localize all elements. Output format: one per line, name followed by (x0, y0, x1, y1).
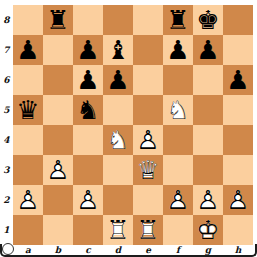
rank-label-7: 7 (0, 35, 13, 65)
square-h4[interactable] (223, 125, 253, 155)
piece-glyph: ♟ (103, 65, 133, 95)
square-b8[interactable]: ♜ (43, 5, 73, 35)
square-g8[interactable]: ♚ (193, 5, 223, 35)
piece-glyph: ♟ (163, 35, 193, 65)
square-d7[interactable]: ♝ (103, 35, 133, 65)
black-knight-c5[interactable]: ♞ (73, 95, 103, 125)
white-pawn-c2[interactable]: ♟♙ (73, 185, 103, 215)
piece-glyph: ♞ (73, 95, 103, 125)
square-h6[interactable]: ♟ (223, 65, 253, 95)
square-f6[interactable] (163, 65, 193, 95)
square-h8[interactable] (223, 5, 253, 35)
square-f5[interactable]: ♞♘ (163, 95, 193, 125)
square-g2[interactable]: ♟♙ (193, 185, 223, 215)
rank-label-6: 6 (0, 65, 13, 95)
black-pawn-f7[interactable]: ♟ (163, 35, 193, 65)
square-a5[interactable]: ♛ (13, 95, 43, 125)
square-d1[interactable]: ♜♖ (103, 215, 133, 245)
square-e5[interactable] (133, 95, 163, 125)
rank-label-4: 4 (0, 125, 13, 155)
file-label-a: a (13, 244, 43, 257)
rank-label-2: 2 (0, 185, 13, 215)
rank-label-8: 8 (0, 5, 13, 35)
black-rook-f8[interactable]: ♜ (163, 5, 193, 35)
piece-glyph: ♟ (73, 35, 103, 65)
white-to-move-indicator (2, 243, 14, 255)
square-b6[interactable] (43, 65, 73, 95)
black-pawn-d6[interactable]: ♟ (103, 65, 133, 95)
black-pawn-c6[interactable]: ♟ (73, 65, 103, 95)
piece-glyph: ♚ (193, 5, 223, 35)
square-e7[interactable] (133, 35, 163, 65)
square-c8[interactable] (73, 5, 103, 35)
white-rook-d1[interactable]: ♜♖ (103, 215, 133, 245)
piece-outline: ♙ (73, 185, 103, 215)
square-e1[interactable]: ♜♖ (133, 215, 163, 245)
square-f1[interactable] (163, 215, 193, 245)
piece-outline: ♙ (43, 155, 73, 185)
white-pawn-b3[interactable]: ♟♙ (43, 155, 73, 185)
square-b3[interactable]: ♟♙ (43, 155, 73, 185)
piece-glyph: ♜ (163, 5, 193, 35)
piece-glyph: ♝ (103, 35, 133, 65)
square-c5[interactable]: ♞ (73, 95, 103, 125)
square-a6[interactable] (13, 65, 43, 95)
white-queen-e3[interactable]: ♛♕ (133, 155, 163, 185)
black-pawn-h6[interactable]: ♟ (223, 65, 253, 95)
black-rook-b8[interactable]: ♜ (43, 5, 73, 35)
square-e3[interactable]: ♛♕ (133, 155, 163, 185)
chess-diagram: 87654321 ♜♜♚♟♟♝♟♟♟♟♟♛♞♞♘♞♘♟♙♟♙♛♕♟♙♟♙♟♙♟♙… (0, 0, 257, 257)
black-queen-a5[interactable]: ♛ (13, 95, 43, 125)
square-h3[interactable] (223, 155, 253, 185)
square-a4[interactable] (13, 125, 43, 155)
file-label-d: d (103, 244, 133, 257)
file-labels: abcdefgh (13, 244, 253, 257)
square-e8[interactable] (133, 5, 163, 35)
file-label-e: e (133, 244, 163, 257)
square-f7[interactable]: ♟ (163, 35, 193, 65)
square-b2[interactable] (43, 185, 73, 215)
square-g5[interactable] (193, 95, 223, 125)
square-e2[interactable] (133, 185, 163, 215)
piece-outline: ♘ (103, 125, 133, 155)
square-e6[interactable] (133, 65, 163, 95)
square-a8[interactable] (13, 5, 43, 35)
square-d5[interactable] (103, 95, 133, 125)
square-f2[interactable]: ♟♙ (163, 185, 193, 215)
square-h5[interactable] (223, 95, 253, 125)
square-a2[interactable]: ♟♙ (13, 185, 43, 215)
square-f3[interactable] (163, 155, 193, 185)
file-label-h: h (223, 244, 253, 257)
piece-outline: ♙ (13, 185, 43, 215)
rank-labels: 87654321 (0, 5, 13, 245)
file-label-g: g (193, 244, 223, 257)
rank-label-3: 3 (0, 155, 13, 185)
square-c6[interactable]: ♟ (73, 65, 103, 95)
square-h1[interactable] (223, 215, 253, 245)
piece-outline: ♔ (193, 215, 223, 245)
piece-glyph: ♟ (13, 35, 43, 65)
file-label-c: c (73, 244, 103, 257)
square-g7[interactable]: ♟ (193, 35, 223, 65)
white-pawn-a2[interactable]: ♟♙ (13, 185, 43, 215)
black-pawn-c7[interactable]: ♟ (73, 35, 103, 65)
square-f8[interactable]: ♜ (163, 5, 193, 35)
piece-outline: ♖ (103, 215, 133, 245)
square-g3[interactable] (193, 155, 223, 185)
white-rook-e1[interactable]: ♜♖ (133, 215, 163, 245)
square-f4[interactable] (163, 125, 193, 155)
square-c3[interactable] (73, 155, 103, 185)
piece-glyph: ♟ (73, 65, 103, 95)
square-d2[interactable] (103, 185, 133, 215)
piece-glyph: ♟ (193, 35, 223, 65)
square-d3[interactable] (103, 155, 133, 185)
square-a1[interactable] (13, 215, 43, 245)
black-king-g8[interactable]: ♚ (193, 5, 223, 35)
square-h2[interactable]: ♟♙ (223, 185, 253, 215)
file-label-f: f (163, 244, 193, 257)
file-label-b: b (43, 244, 73, 257)
square-a3[interactable] (13, 155, 43, 185)
square-d6[interactable]: ♟ (103, 65, 133, 95)
white-pawn-h2[interactable]: ♟♙ (223, 185, 253, 215)
white-pawn-e4[interactable]: ♟♙ (133, 125, 163, 155)
square-b7[interactable] (43, 35, 73, 65)
square-c2[interactable]: ♟♙ (73, 185, 103, 215)
square-h7[interactable] (223, 35, 253, 65)
piece-outline: ♕ (133, 155, 163, 185)
piece-glyph: ♜ (43, 5, 73, 35)
chess-board[interactable]: ♜♜♚♟♟♝♟♟♟♟♟♛♞♞♘♞♘♟♙♟♙♛♕♟♙♟♙♟♙♟♙♟♙♜♖♜♖♚♔ (13, 5, 253, 245)
rank-label-1: 1 (0, 215, 13, 245)
white-knight-d4[interactable]: ♞♘ (103, 125, 133, 155)
white-pawn-f2[interactable]: ♟♙ (163, 185, 193, 215)
square-g6[interactable] (193, 65, 223, 95)
square-d8[interactable] (103, 5, 133, 35)
square-a7[interactable]: ♟ (13, 35, 43, 65)
piece-glyph: ♛ (13, 95, 43, 125)
piece-outline: ♖ (133, 215, 163, 245)
rank-label-5: 5 (0, 95, 13, 125)
square-e4[interactable]: ♟♙ (133, 125, 163, 155)
black-pawn-a7[interactable]: ♟ (13, 35, 43, 65)
square-g4[interactable] (193, 125, 223, 155)
white-king-g1[interactable]: ♚♔ (193, 215, 223, 245)
piece-outline: ♙ (133, 125, 163, 155)
piece-outline: ♘ (163, 95, 193, 125)
piece-outline: ♙ (193, 185, 223, 215)
black-bishop-d7[interactable]: ♝ (103, 35, 133, 65)
white-knight-f5[interactable]: ♞♘ (163, 95, 193, 125)
square-c4[interactable] (73, 125, 103, 155)
black-pawn-g7[interactable]: ♟ (193, 35, 223, 65)
square-c7[interactable]: ♟ (73, 35, 103, 65)
square-b5[interactable] (43, 95, 73, 125)
piece-outline: ♙ (223, 185, 253, 215)
square-d4[interactable]: ♞♘ (103, 125, 133, 155)
piece-outline: ♙ (163, 185, 193, 215)
square-c1[interactable] (73, 215, 103, 245)
square-g1[interactable]: ♚♔ (193, 215, 223, 245)
white-pawn-g2[interactable]: ♟♙ (193, 185, 223, 215)
square-b1[interactable] (43, 215, 73, 245)
piece-glyph: ♟ (223, 65, 253, 95)
square-b4[interactable] (43, 125, 73, 155)
